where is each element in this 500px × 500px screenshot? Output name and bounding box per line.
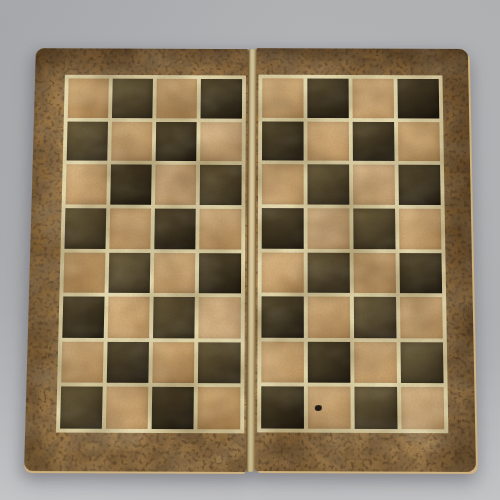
square-h7 <box>398 122 440 162</box>
square-a1 <box>60 387 103 429</box>
square-h3 <box>400 297 443 338</box>
square-b1 <box>106 387 149 429</box>
square-g7 <box>352 121 394 161</box>
square-b4 <box>109 252 151 293</box>
square-a6 <box>66 164 108 204</box>
square-c2 <box>153 342 195 384</box>
square-h1 <box>401 387 444 429</box>
photo-background <box>0 0 500 500</box>
square-d4 <box>199 253 241 294</box>
square-c1 <box>152 387 194 429</box>
square-b7 <box>111 121 152 161</box>
square-h5 <box>399 209 442 249</box>
square-h2 <box>400 342 443 384</box>
square-b8 <box>112 79 153 118</box>
square-f2 <box>307 342 350 384</box>
square-c7 <box>156 122 197 162</box>
square-e6 <box>261 164 303 204</box>
square-g3 <box>354 297 397 338</box>
square-c4 <box>154 252 196 293</box>
square-g8 <box>352 79 394 118</box>
square-g2 <box>354 342 397 384</box>
square-a7 <box>67 121 109 161</box>
square-b3 <box>108 297 150 338</box>
square-e5 <box>261 208 303 248</box>
square-g4 <box>353 252 396 293</box>
board-left-half <box>24 48 248 472</box>
square-d3 <box>199 297 241 338</box>
board-right-half <box>254 48 476 472</box>
square-e3 <box>261 296 304 337</box>
square-a8 <box>68 78 109 117</box>
square-b5 <box>110 208 152 248</box>
square-f3 <box>307 297 350 338</box>
square-g5 <box>353 208 395 248</box>
square-d7 <box>200 122 241 162</box>
square-d5 <box>200 209 241 249</box>
board-shadow-wrap <box>0 0 500 500</box>
square-a5 <box>64 208 106 248</box>
board-grid-left <box>56 75 246 434</box>
square-e8 <box>262 78 304 117</box>
square-c6 <box>155 165 196 205</box>
square-f7 <box>307 121 349 161</box>
square-e4 <box>261 252 303 293</box>
folding-chessboard <box>24 48 476 473</box>
square-e2 <box>261 341 304 383</box>
board-grid-right <box>257 75 449 434</box>
square-c5 <box>155 208 197 248</box>
square-g1 <box>354 387 397 429</box>
square-a2 <box>61 341 104 383</box>
square-f5 <box>307 208 349 248</box>
square-h4 <box>399 253 442 294</box>
square-c8 <box>156 79 197 118</box>
square-d8 <box>201 79 242 118</box>
square-a4 <box>63 252 105 293</box>
square-g6 <box>353 165 395 205</box>
square-f1 <box>307 387 350 429</box>
square-d2 <box>198 342 240 384</box>
square-d6 <box>200 165 241 205</box>
square-a3 <box>62 297 104 338</box>
square-d1 <box>198 387 240 429</box>
square-f4 <box>307 252 349 293</box>
square-f6 <box>307 165 349 205</box>
square-f8 <box>307 78 349 117</box>
surface-mark-dark-speck <box>314 405 321 411</box>
square-b6 <box>110 165 152 205</box>
square-e1 <box>261 387 304 429</box>
square-b2 <box>107 342 149 384</box>
square-c3 <box>153 297 195 338</box>
square-h6 <box>398 165 440 205</box>
square-e7 <box>262 121 304 161</box>
square-h8 <box>397 79 439 118</box>
